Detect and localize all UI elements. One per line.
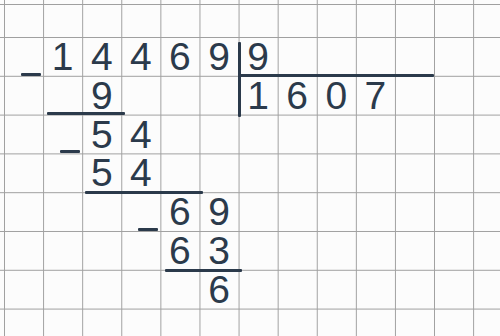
digit-3: 3 [199,231,238,270]
long-division-grid: 14469991607545469636 [0,0,500,336]
digit-4: 4 [82,37,121,76]
step1-underline [47,112,125,115]
digit-1: 1 [239,76,278,115]
minus-bar [138,228,158,231]
digit-9: 9 [199,37,238,76]
graph-paper: 14469991607545469636 [0,0,500,336]
minus-bar [60,150,80,153]
digit-9: 9 [199,192,238,231]
digit-5: 5 [82,115,121,154]
minus-sign [4,37,43,76]
divisor-underline [238,74,434,77]
digit-7: 7 [356,76,395,115]
digit-6: 6 [160,37,199,76]
digit-4: 4 [121,37,160,76]
digit-4: 4 [121,153,160,192]
digit-4: 4 [121,115,160,154]
minus-sign [121,192,160,231]
minus-sign [43,115,82,154]
step2-underline [85,191,203,194]
divisor-vertical-bar [238,42,241,117]
digit-9: 9 [239,37,278,76]
digit-6: 6 [199,270,238,309]
digit-6: 6 [160,231,199,270]
digit-5: 5 [82,153,121,192]
minus-bar [21,73,41,76]
step3-underline [165,269,242,272]
digit-6: 6 [278,76,317,115]
digit-1: 1 [43,37,82,76]
digit-9: 9 [82,76,121,115]
digit-6: 6 [160,192,199,231]
digit-0: 0 [317,76,356,115]
